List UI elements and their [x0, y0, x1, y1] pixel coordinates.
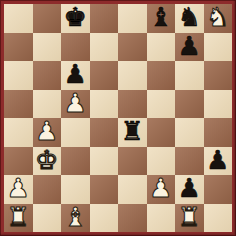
square-f8[interactable]: ♝: [147, 4, 176, 33]
square-h7[interactable]: [204, 33, 233, 62]
square-f3[interactable]: [147, 147, 176, 176]
square-d5[interactable]: [90, 90, 119, 119]
piece-black-pawn[interactable]: ♟: [178, 175, 201, 201]
square-d7[interactable]: [90, 33, 119, 62]
square-d8[interactable]: [90, 4, 119, 33]
piece-white-pawn[interactable]: ♟: [149, 175, 172, 201]
square-b6[interactable]: [33, 61, 62, 90]
square-b2[interactable]: [33, 175, 62, 204]
square-d3[interactable]: [90, 147, 119, 176]
square-g2[interactable]: ♟: [175, 175, 204, 204]
square-f4[interactable]: [147, 118, 176, 147]
square-h3[interactable]: ♟: [204, 147, 233, 176]
square-g5[interactable]: [175, 90, 204, 119]
square-h4[interactable]: [204, 118, 233, 147]
piece-black-rook[interactable]: ♜: [121, 118, 144, 144]
piece-black-pawn[interactable]: ♟: [178, 33, 201, 59]
square-h8[interactable]: ♞: [204, 4, 233, 33]
square-a4[interactable]: [4, 118, 33, 147]
piece-white-knight[interactable]: ♞: [206, 4, 229, 30]
piece-white-pawn[interactable]: ♟: [7, 175, 30, 201]
piece-white-pawn[interactable]: ♟: [64, 90, 87, 116]
square-e2[interactable]: [118, 175, 147, 204]
square-f7[interactable]: [147, 33, 176, 62]
square-e7[interactable]: [118, 33, 147, 62]
square-c7[interactable]: [61, 33, 90, 62]
square-a1[interactable]: ♜: [4, 204, 33, 233]
piece-black-pawn[interactable]: ♟: [206, 147, 229, 173]
square-e4[interactable]: ♜: [118, 118, 147, 147]
square-h2[interactable]: [204, 175, 233, 204]
square-h1[interactable]: [204, 204, 233, 233]
square-d2[interactable]: [90, 175, 119, 204]
square-f6[interactable]: [147, 61, 176, 90]
board-frame: ♚♝♞♞♟♟♟♟♜♚♟♟♟♟♜♝♜: [0, 0, 236, 236]
square-a5[interactable]: [4, 90, 33, 119]
square-d4[interactable]: [90, 118, 119, 147]
square-h5[interactable]: [204, 90, 233, 119]
square-d1[interactable]: [90, 204, 119, 233]
square-c4[interactable]: [61, 118, 90, 147]
square-e6[interactable]: [118, 61, 147, 90]
square-g4[interactable]: [175, 118, 204, 147]
piece-black-pawn[interactable]: ♟: [64, 61, 87, 87]
square-e5[interactable]: [118, 90, 147, 119]
square-f1[interactable]: [147, 204, 176, 233]
square-a6[interactable]: [4, 61, 33, 90]
square-f2[interactable]: ♟: [147, 175, 176, 204]
square-a3[interactable]: [4, 147, 33, 176]
square-f5[interactable]: [147, 90, 176, 119]
piece-black-knight[interactable]: ♞: [178, 4, 201, 30]
square-g8[interactable]: ♞: [175, 4, 204, 33]
square-g6[interactable]: [175, 61, 204, 90]
piece-black-king[interactable]: ♚: [64, 4, 87, 30]
square-c1[interactable]: ♝: [61, 204, 90, 233]
piece-white-rook[interactable]: ♜: [7, 204, 30, 230]
square-c3[interactable]: [61, 147, 90, 176]
square-b8[interactable]: [33, 4, 62, 33]
square-c8[interactable]: ♚: [61, 4, 90, 33]
square-c6[interactable]: ♟: [61, 61, 90, 90]
square-g1[interactable]: ♜: [175, 204, 204, 233]
piece-white-rook[interactable]: ♜: [178, 204, 201, 230]
piece-white-bishop[interactable]: ♝: [64, 204, 87, 230]
square-b4[interactable]: ♟: [33, 118, 62, 147]
piece-white-king[interactable]: ♚: [35, 147, 58, 173]
square-a2[interactable]: ♟: [4, 175, 33, 204]
square-b3[interactable]: ♚: [33, 147, 62, 176]
square-b5[interactable]: [33, 90, 62, 119]
square-e1[interactable]: [118, 204, 147, 233]
square-d6[interactable]: [90, 61, 119, 90]
piece-white-pawn[interactable]: ♟: [35, 118, 58, 144]
chess-board: ♚♝♞♞♟♟♟♟♜♚♟♟♟♟♜♝♜: [4, 4, 232, 232]
square-g3[interactable]: [175, 147, 204, 176]
square-b1[interactable]: [33, 204, 62, 233]
square-e3[interactable]: [118, 147, 147, 176]
square-c2[interactable]: [61, 175, 90, 204]
piece-black-bishop[interactable]: ♝: [149, 4, 172, 30]
square-a7[interactable]: [4, 33, 33, 62]
square-b7[interactable]: [33, 33, 62, 62]
square-h6[interactable]: [204, 61, 233, 90]
square-c5[interactable]: ♟: [61, 90, 90, 119]
square-g7[interactable]: ♟: [175, 33, 204, 62]
square-a8[interactable]: [4, 4, 33, 33]
square-e8[interactable]: [118, 4, 147, 33]
